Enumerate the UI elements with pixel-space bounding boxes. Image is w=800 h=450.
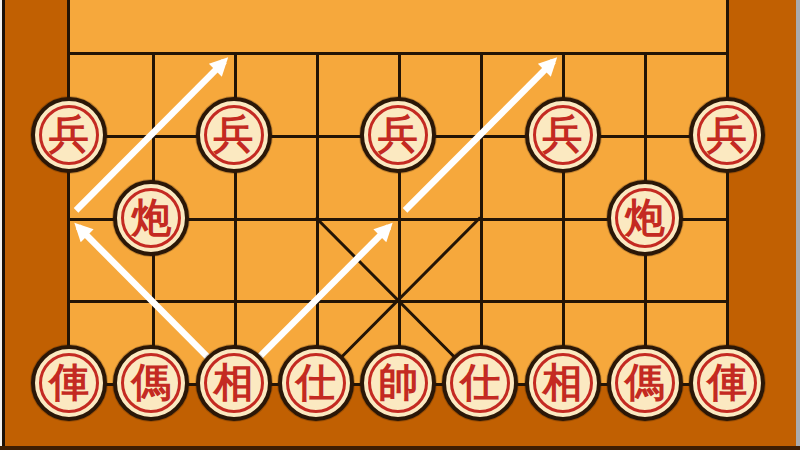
right-edge-strip xyxy=(796,0,800,450)
piece-glyph: 帥 xyxy=(378,362,418,402)
board-cell xyxy=(70,0,152,52)
piece-horse-h1[interactable]: 傌 xyxy=(607,345,683,421)
piece-glyph: 炮 xyxy=(625,197,665,237)
piece-inner-ring: 炮 xyxy=(121,188,181,248)
piece-soldier-c4[interactable]: 兵 xyxy=(196,97,272,173)
piece-inner-ring: 俥 xyxy=(39,353,99,413)
board-cell xyxy=(316,218,398,301)
piece-glyph: 仕 xyxy=(296,362,336,402)
board-cell xyxy=(480,218,562,301)
piece-soldier-a4[interactable]: 兵 xyxy=(31,97,107,173)
board-cell xyxy=(644,0,726,52)
board-cell xyxy=(316,0,398,52)
board-cell xyxy=(562,0,644,52)
piece-cannon-b3[interactable]: 炮 xyxy=(113,180,189,256)
board-cell xyxy=(152,0,234,52)
piece-elephant-g1[interactable]: 相 xyxy=(525,345,601,421)
piece-inner-ring: 仕 xyxy=(286,353,346,413)
piece-inner-ring: 傌 xyxy=(121,353,181,413)
board-cell xyxy=(234,0,316,52)
piece-soldier-g4[interactable]: 兵 xyxy=(525,97,601,173)
xiangqi-board-screenshot: 兵兵兵兵兵炮炮俥傌相仕帥仕相傌俥 xyxy=(0,0,800,450)
piece-glyph: 兵 xyxy=(378,114,418,154)
piece-glyph: 仕 xyxy=(460,362,500,402)
piece-chariot-a1[interactable]: 俥 xyxy=(31,345,107,421)
piece-inner-ring: 相 xyxy=(204,353,264,413)
piece-glyph: 傌 xyxy=(625,362,665,402)
piece-soldier-i4[interactable]: 兵 xyxy=(689,97,765,173)
piece-inner-ring: 帥 xyxy=(368,353,428,413)
piece-soldier-e4[interactable]: 兵 xyxy=(360,97,436,173)
piece-inner-ring: 炮 xyxy=(615,188,675,248)
piece-general-e1[interactable]: 帥 xyxy=(360,345,436,421)
piece-advisor-d1[interactable]: 仕 xyxy=(278,345,354,421)
piece-inner-ring: 兵 xyxy=(533,105,593,165)
board-cell xyxy=(480,0,562,52)
piece-horse-b1[interactable]: 傌 xyxy=(113,345,189,421)
piece-glyph: 傌 xyxy=(131,362,171,402)
piece-glyph: 俥 xyxy=(707,362,747,402)
piece-glyph: 炮 xyxy=(131,197,171,237)
piece-glyph: 相 xyxy=(543,362,583,402)
bottom-edge-strip xyxy=(0,446,800,450)
piece-inner-ring: 傌 xyxy=(615,353,675,413)
piece-elephant-c1[interactable]: 相 xyxy=(196,345,272,421)
piece-inner-ring: 兵 xyxy=(204,105,264,165)
left-edge-line xyxy=(2,0,5,450)
piece-inner-ring: 俥 xyxy=(697,353,757,413)
board-cell xyxy=(398,0,480,52)
piece-advisor-f1[interactable]: 仕 xyxy=(442,345,518,421)
piece-inner-ring: 兵 xyxy=(368,105,428,165)
piece-chariot-i1[interactable]: 俥 xyxy=(689,345,765,421)
piece-glyph: 相 xyxy=(214,362,254,402)
piece-glyph: 俥 xyxy=(49,362,89,402)
board-cell xyxy=(398,218,480,301)
piece-inner-ring: 兵 xyxy=(39,105,99,165)
piece-glyph: 兵 xyxy=(707,114,747,154)
piece-glyph: 兵 xyxy=(49,114,89,154)
piece-glyph: 兵 xyxy=(214,114,254,154)
board-cell xyxy=(234,218,316,301)
piece-inner-ring: 相 xyxy=(533,353,593,413)
piece-inner-ring: 仕 xyxy=(450,353,510,413)
piece-glyph: 兵 xyxy=(543,114,583,154)
piece-inner-ring: 兵 xyxy=(697,105,757,165)
piece-cannon-h3[interactable]: 炮 xyxy=(607,180,683,256)
